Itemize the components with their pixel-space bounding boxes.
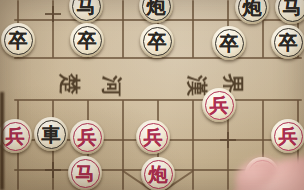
piece-red-soldier[interactable]: 兵 bbox=[70, 120, 104, 154]
grid-file-line bbox=[122, 100, 124, 190]
piece-black-soldier[interactable]: 卒 bbox=[212, 26, 246, 60]
grid-file-line bbox=[192, 100, 194, 190]
star-point-marker bbox=[220, 132, 236, 148]
piece-black-soldier[interactable]: 卒 bbox=[271, 25, 304, 59]
board-edge bbox=[0, 92, 4, 190]
star-point-marker bbox=[45, 162, 61, 178]
grid-file-line bbox=[122, 0, 124, 58]
piece-red-soldier[interactable]: 兵 bbox=[136, 120, 170, 154]
piece-black-chariot[interactable]: 車 bbox=[34, 117, 68, 151]
star-point-marker bbox=[45, 6, 61, 22]
grid-file-line bbox=[192, 0, 194, 58]
river-text-char: 河 bbox=[98, 76, 126, 97]
river-text-char: 楚 bbox=[56, 74, 84, 95]
piece-black-soldier[interactable]: 卒 bbox=[140, 24, 174, 58]
piece-red-soldier[interactable]: 兵 bbox=[271, 119, 304, 153]
piece-red-soldier[interactable]: 兵 bbox=[202, 88, 236, 122]
piece-red-soldier[interactable]: 兵 bbox=[0, 119, 32, 153]
piece-red-cannon[interactable]: 炮 bbox=[141, 157, 175, 190]
xiangqi-board-photo: 马炮炮马卒卒卒卒卒兵兵車兵兵兵马炮炮 楚 河 漢 界 bbox=[0, 0, 304, 190]
piece-red-horse[interactable]: 马 bbox=[68, 156, 102, 190]
piece-black-soldier[interactable]: 卒 bbox=[1, 23, 35, 57]
piece-black-soldier[interactable]: 卒 bbox=[70, 23, 104, 57]
